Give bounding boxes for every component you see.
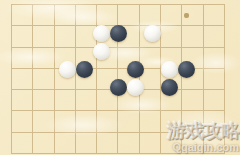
board-cell [12,111,33,132]
white-stone [59,61,76,78]
board-cell [33,69,54,90]
white-stone [127,79,144,96]
board-cell [140,90,161,111]
board-cell [33,111,54,132]
board-cell [97,133,118,154]
board-cell [55,111,76,132]
watermark-title: 游戏攻略 [167,121,239,140]
board-cell [12,90,33,111]
board-cell [33,26,54,47]
black-stone [76,61,93,78]
white-stone [93,43,110,60]
board-cell [12,133,33,154]
board-cell [182,90,203,111]
board-cell [161,5,182,26]
board-cell [118,111,139,132]
board-cell [204,69,225,90]
board-cell [118,133,139,154]
board-cell [33,90,54,111]
black-stone [161,79,178,96]
black-stone [110,25,127,42]
board-cell [76,111,97,132]
board-cell [76,5,97,26]
watermark: 游戏攻略 Qqaiqin.com [167,121,239,153]
board-cell [55,133,76,154]
board-cell [204,26,225,47]
board-cell [161,26,182,47]
board-cell [33,48,54,69]
board-cell [55,5,76,26]
star-point [184,13,189,18]
white-stone [93,25,110,42]
board-cell [76,90,97,111]
board-cell [140,5,161,26]
board-cell [140,133,161,154]
board-cell [182,26,203,47]
board-cell [55,90,76,111]
watermark-site: Qqaiqin.com [167,142,239,153]
black-stone [127,61,144,78]
board-cell [97,5,118,26]
board-cell [33,133,54,154]
board-cell [76,133,97,154]
black-stone [110,79,127,96]
board-cell [140,111,161,132]
board-cell [55,26,76,47]
gomoku-board: 游戏攻略 Qqaiqin.com [0,0,240,155]
board-cell [12,26,33,47]
black-stone [178,61,195,78]
board-cell [97,111,118,132]
board-cell [33,5,54,26]
board-cell [12,69,33,90]
board-cell [12,48,33,69]
white-stone [161,61,178,78]
board-cell [118,5,139,26]
board-cell [204,90,225,111]
board-cell [204,48,225,69]
white-stone [144,25,161,42]
board-cell [204,5,225,26]
board-cell [12,5,33,26]
